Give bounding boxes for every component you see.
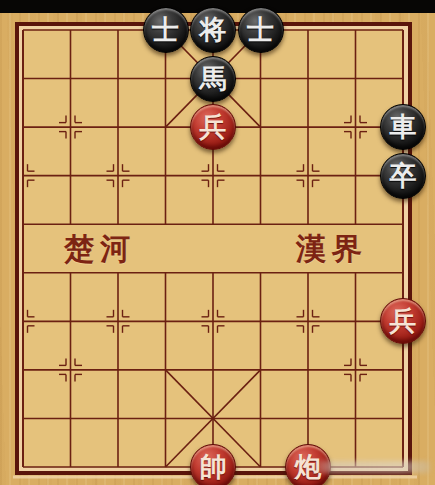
piece-red-general[interactable]: 帥 xyxy=(190,444,236,485)
piece-red-soldier-edge[interactable]: 兵 xyxy=(380,298,426,344)
xiangqi-app: 楚河 漢界 士将士馬兵車卒兵帥炮 xyxy=(0,0,435,485)
piece-black-advisor-right[interactable]: 士 xyxy=(238,7,284,53)
piece-black-advisor-left[interactable]: 士 xyxy=(143,7,189,53)
river-label-han-jie: 漢界 xyxy=(292,232,372,266)
piece-black-horse[interactable]: 馬 xyxy=(190,56,236,102)
piece-black-general[interactable]: 将 xyxy=(190,7,236,53)
piece-black-chariot[interactable]: 車 xyxy=(380,104,426,150)
piece-black-soldier[interactable]: 卒 xyxy=(380,153,426,199)
piece-red-cannon[interactable]: 炮 xyxy=(285,444,331,485)
piece-red-soldier-center[interactable]: 兵 xyxy=(190,104,236,150)
river-label-chu-he: 楚河 xyxy=(60,232,140,266)
